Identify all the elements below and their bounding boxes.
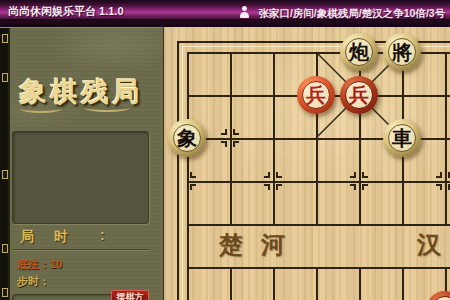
piece-character: 兵: [431, 296, 450, 300]
left-fret-border: [0, 28, 10, 300]
point-marker-f1r4: [178, 172, 196, 190]
fret-ornament: [2, 34, 8, 43]
app-title: 尚尚休闲娱乐平台 1.1.0: [8, 4, 124, 19]
red-soldier-piece[interactable]: 兵: [340, 76, 378, 114]
user-location-text: 张家口/房间/象棋残局/楚汉之争10倍/3号: [258, 7, 445, 19]
game-window: 尚尚休闲娱乐平台 1.1.0 张家口/房间/象棋残局/楚汉之争10倍/3号 象棋…: [0, 0, 450, 300]
point-marker-f5r4: [350, 172, 368, 190]
river-text-汉: 汉: [417, 229, 441, 261]
piece-character: 兵: [345, 81, 373, 109]
sidebar-divider: [12, 249, 150, 251]
fret-ornament: [2, 170, 8, 179]
river-text-楚: 楚: [219, 229, 243, 261]
piece-character: 車: [388, 124, 416, 152]
round-time-label: 局 时: [20, 228, 76, 246]
step-time-label: 步时：: [17, 274, 50, 289]
round-time-colon: :: [100, 227, 105, 243]
xiangqi-board[interactable]: 楚河汉炮將兵兵象車兵: [163, 27, 450, 300]
logo-flourish-right: [84, 103, 130, 112]
sidebar: 象棋残局 局 时 : 底注：10 步时： 摆棋方 加倍: [0, 27, 163, 300]
point-marker-f7r4: [436, 172, 450, 190]
arranger-side-tag: 摆棋方: [111, 290, 149, 300]
score-panel: [12, 131, 149, 224]
black-cannon-piece[interactable]: 炮: [340, 33, 378, 71]
piece-character: 炮: [345, 38, 373, 66]
titlebar-shadow-strip: [0, 20, 450, 27]
piece-character: 象: [173, 124, 201, 152]
piece-character: 兵: [302, 81, 330, 109]
piece-character: 將: [388, 38, 416, 66]
titlebar-user-info: 张家口/房间/象棋残局/楚汉之争10倍/3号: [239, 3, 450, 19]
black-chariot-piece[interactable]: 車: [383, 119, 421, 157]
logo-flourish-left: [20, 104, 62, 113]
point-marker-f2r3: [221, 129, 239, 147]
black-elephant-piece[interactable]: 象: [168, 119, 206, 157]
black-general-piece[interactable]: 將: [383, 33, 421, 71]
river-text-河: 河: [261, 229, 285, 261]
base-bet-label: 底注：10: [17, 257, 62, 272]
point-marker-f3r4: [264, 172, 282, 190]
fret-ornament: [2, 288, 8, 297]
red-soldier-piece[interactable]: 兵: [297, 76, 335, 114]
titlebar: 尚尚休闲娱乐平台 1.1.0 张家口/房间/象棋残局/楚汉之争10倍/3号: [0, 0, 450, 20]
fret-ornament: [2, 244, 8, 253]
person-icon: [239, 6, 250, 19]
